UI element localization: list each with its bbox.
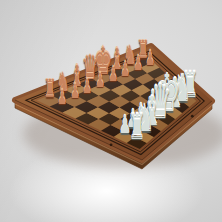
border-inlay-dot xyxy=(191,115,194,118)
chess-board xyxy=(0,0,222,222)
studio-backdrop: ♜♞♟♝♟♚♟♛♟♝♟♞♟♟♜♟♜♟♟♞♟♝♟♚♟♛♟♟♝♟♞♜ xyxy=(0,0,222,222)
border-inlay-dot xyxy=(110,143,113,146)
